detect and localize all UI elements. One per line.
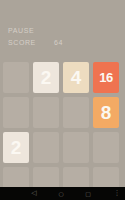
menu-icon[interactable]: ⋮ [114, 187, 121, 200]
tile-2: 2 [3, 132, 29, 163]
tile-2: 2 [33, 62, 59, 93]
android-navigation-bar: ◁ ○ ▢ ⋮ [0, 187, 125, 200]
empty-cell [33, 132, 59, 163]
game-board[interactable]: 241682 [3, 62, 119, 198]
empty-cell [63, 97, 89, 128]
score-value: 64 [54, 39, 63, 47]
tile-8: 8 [93, 97, 119, 128]
home-icon[interactable]: ○ [58, 187, 63, 200]
recents-icon[interactable]: ▢ [85, 187, 91, 200]
empty-cell [93, 132, 119, 163]
empty-cell [3, 97, 29, 128]
empty-cell [33, 97, 59, 128]
empty-cell [3, 62, 29, 93]
tile-4: 4 [63, 62, 89, 93]
score-label: SCORE [8, 39, 36, 47]
empty-cell [63, 132, 89, 163]
pause-button[interactable]: PAUSE [8, 27, 34, 35]
back-icon[interactable]: ◁ [31, 187, 36, 200]
tile-16: 16 [93, 62, 119, 93]
header: PAUSE SCORE 64 [0, 0, 125, 62]
